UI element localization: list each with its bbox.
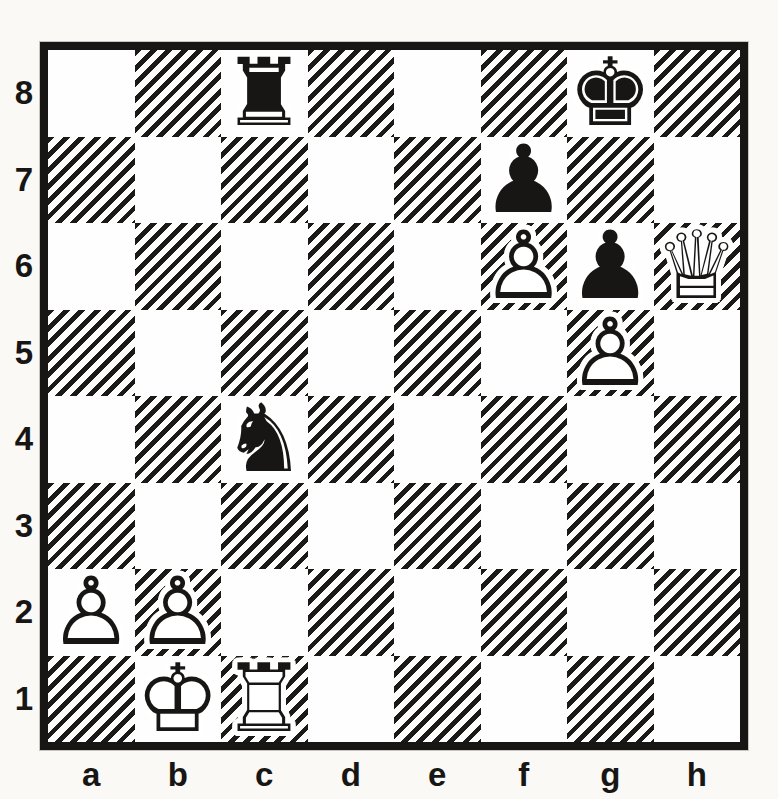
square-b4 bbox=[135, 396, 222, 483]
black-king-icon: ♚ bbox=[568, 46, 652, 140]
square-e1 bbox=[394, 656, 481, 743]
square-d8 bbox=[308, 50, 395, 137]
piece-white-pawn-b2: ♟♙ bbox=[135, 569, 222, 656]
square-b6 bbox=[135, 223, 222, 310]
square-f6: ♟♙ bbox=[481, 223, 568, 310]
square-f3 bbox=[481, 483, 568, 570]
square-g8: ♚ bbox=[567, 50, 654, 137]
white-rook-icon: ♖ bbox=[222, 652, 306, 746]
square-e8 bbox=[394, 50, 481, 137]
square-h4 bbox=[654, 396, 741, 483]
square-f1 bbox=[481, 656, 568, 743]
square-a5 bbox=[48, 310, 135, 397]
black-knight-icon: ♞ bbox=[222, 392, 306, 486]
square-a6 bbox=[48, 223, 135, 310]
square-e3 bbox=[394, 483, 481, 570]
square-g2 bbox=[567, 569, 654, 656]
square-c1: ♜♖ bbox=[221, 656, 308, 743]
square-a8 bbox=[48, 50, 135, 137]
square-a4 bbox=[48, 396, 135, 483]
rank-label-1: 1 bbox=[4, 656, 44, 743]
file-label-d: d bbox=[308, 752, 395, 798]
square-f2 bbox=[481, 569, 568, 656]
square-b1: ♚♔ bbox=[135, 656, 222, 743]
piece-black-rook-c8: ♜ bbox=[221, 50, 308, 137]
white-pawn-icon: ♙ bbox=[482, 219, 566, 313]
piece-black-knight-c4: ♞ bbox=[221, 396, 308, 483]
piece-white-pawn-a2: ♟♙ bbox=[48, 569, 135, 656]
square-f5 bbox=[481, 310, 568, 397]
square-b8 bbox=[135, 50, 222, 137]
square-d7 bbox=[308, 137, 395, 224]
square-a1 bbox=[48, 656, 135, 743]
square-c4: ♞ bbox=[221, 396, 308, 483]
square-h3 bbox=[654, 483, 741, 570]
square-d1 bbox=[308, 656, 395, 743]
square-c6 bbox=[221, 223, 308, 310]
square-f8 bbox=[481, 50, 568, 137]
square-e7 bbox=[394, 137, 481, 224]
rank-label-8: 8 bbox=[4, 50, 44, 137]
square-b5 bbox=[135, 310, 222, 397]
square-d2 bbox=[308, 569, 395, 656]
board-grid: ♜♚♟♟♙♟♛♕♟♙♞♟♙♟♙♚♔♜♖ bbox=[48, 50, 740, 742]
square-h6: ♛♕ bbox=[654, 223, 741, 310]
square-a7 bbox=[48, 137, 135, 224]
file-labels: abcdefgh bbox=[48, 752, 740, 798]
square-e6 bbox=[394, 223, 481, 310]
square-c2 bbox=[221, 569, 308, 656]
white-queen-icon: ♕ bbox=[655, 219, 739, 313]
file-label-g: g bbox=[567, 752, 654, 798]
rank-labels: 87654321 bbox=[4, 50, 44, 742]
rank-label-5: 5 bbox=[4, 310, 44, 397]
square-c3 bbox=[221, 483, 308, 570]
file-label-b: b bbox=[135, 752, 222, 798]
square-h8 bbox=[654, 50, 741, 137]
square-d3 bbox=[308, 483, 395, 570]
piece-white-pawn-f6: ♟♙ bbox=[481, 223, 568, 310]
square-e5 bbox=[394, 310, 481, 397]
white-pawn-icon: ♙ bbox=[49, 565, 133, 659]
square-b2: ♟♙ bbox=[135, 569, 222, 656]
file-label-h: h bbox=[654, 752, 741, 798]
square-c7 bbox=[221, 137, 308, 224]
rank-label-2: 2 bbox=[4, 569, 44, 656]
square-d4 bbox=[308, 396, 395, 483]
square-c5 bbox=[221, 310, 308, 397]
square-h5 bbox=[654, 310, 741, 397]
square-g6: ♟ bbox=[567, 223, 654, 310]
square-d6 bbox=[308, 223, 395, 310]
square-f4 bbox=[481, 396, 568, 483]
rank-label-6: 6 bbox=[4, 223, 44, 310]
piece-white-rook-c1: ♜♖ bbox=[221, 656, 308, 743]
square-e2 bbox=[394, 569, 481, 656]
square-g5: ♟♙ bbox=[567, 310, 654, 397]
piece-white-pawn-g5: ♟♙ bbox=[567, 310, 654, 397]
square-g7 bbox=[567, 137, 654, 224]
square-h1 bbox=[654, 656, 741, 743]
piece-black-king-g8: ♚ bbox=[567, 50, 654, 137]
square-a2: ♟♙ bbox=[48, 569, 135, 656]
file-label-e: e bbox=[394, 752, 481, 798]
square-b3 bbox=[135, 483, 222, 570]
file-label-c: c bbox=[221, 752, 308, 798]
square-g1 bbox=[567, 656, 654, 743]
piece-white-queen-h6: ♛♕ bbox=[654, 223, 741, 310]
rank-label-4: 4 bbox=[4, 396, 44, 483]
white-pawn-icon: ♙ bbox=[568, 306, 652, 400]
square-g3 bbox=[567, 483, 654, 570]
file-label-a: a bbox=[48, 752, 135, 798]
rank-label-7: 7 bbox=[4, 137, 44, 224]
white-king-icon: ♔ bbox=[136, 652, 220, 746]
chess-board: ♜♚♟♟♙♟♛♕♟♙♞♟♙♟♙♚♔♜♖ bbox=[40, 42, 748, 750]
piece-black-pawn-g6: ♟ bbox=[567, 223, 654, 310]
square-f7: ♟ bbox=[481, 137, 568, 224]
square-e4 bbox=[394, 396, 481, 483]
square-a3 bbox=[48, 483, 135, 570]
chess-diagram-page: ♜♚♟♟♙♟♛♕♟♙♞♟♙♟♙♚♔♜♖ 87654321 abcdefgh bbox=[0, 0, 778, 799]
square-g4 bbox=[567, 396, 654, 483]
square-b7 bbox=[135, 137, 222, 224]
square-c8: ♜ bbox=[221, 50, 308, 137]
square-h7 bbox=[654, 137, 741, 224]
file-label-f: f bbox=[481, 752, 568, 798]
square-d5 bbox=[308, 310, 395, 397]
piece-black-pawn-f7: ♟ bbox=[481, 137, 568, 224]
black-rook-icon: ♜ bbox=[222, 46, 306, 140]
square-h2 bbox=[654, 569, 741, 656]
piece-white-king-b1: ♚♔ bbox=[135, 656, 222, 743]
rank-label-3: 3 bbox=[4, 483, 44, 570]
